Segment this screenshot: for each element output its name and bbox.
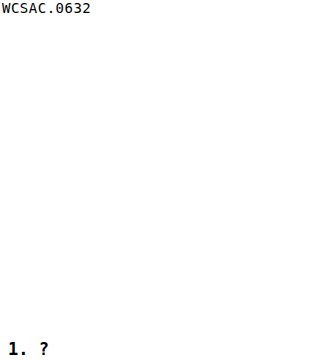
move-prompt: 1. ? (0, 339, 320, 359)
puzzle-title: WCSAC.0632 (0, 0, 320, 16)
chess-board (0, 16, 320, 336)
chess-puzzle-diagram: WCSAC.0632 1. ? (0, 0, 320, 360)
